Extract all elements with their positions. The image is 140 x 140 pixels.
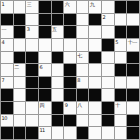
cell-r1c8[interactable]: 2: [102, 14, 114, 26]
block-cell-r9c8: [102, 115, 114, 127]
block-cell-r5c5: [64, 64, 76, 76]
block-cell-r5c9: [115, 64, 127, 76]
cell-r4c6[interactable]: 七: [77, 52, 89, 64]
cell-r2c7[interactable]: [89, 26, 101, 38]
cell-r1c10[interactable]: [127, 14, 139, 26]
block-cell-r0c4: [52, 1, 64, 13]
cell-r9c0[interactable]: 10: [1, 115, 13, 127]
block-cell-r1c1: [14, 14, 26, 26]
block-cell-r6c5: [64, 77, 76, 89]
cell-r10c9[interactable]: [115, 127, 127, 139]
block-cell-r9c5: [64, 115, 76, 127]
cell-r6c1[interactable]: [14, 77, 26, 89]
clue-number-六: 六: [65, 1, 70, 7]
cell-r7c4[interactable]: [52, 89, 64, 101]
cell-r5c8[interactable]: [102, 64, 114, 76]
cell-r10c8[interactable]: [102, 127, 114, 139]
block-cell-r1c3: [39, 14, 51, 26]
cell-r6c10[interactable]: [127, 77, 139, 89]
block-cell-r5c2: [26, 64, 38, 76]
block-cell-r4c1: [14, 52, 26, 64]
cell-r4c5[interactable]: [64, 52, 76, 64]
block-cell-r7c7: [89, 89, 101, 101]
clue-number-6: 6: [39, 64, 42, 70]
clue-number-十一: 十一: [128, 39, 137, 45]
cell-r8c6[interactable]: 八: [77, 102, 89, 114]
block-cell-r10c2: [26, 127, 38, 139]
cell-r9c2[interactable]: [26, 115, 38, 127]
cell-r0c5[interactable]: 六: [64, 1, 76, 13]
clue-number-11: 11: [39, 127, 44, 133]
clue-number-1: 1: [2, 1, 5, 7]
block-cell-r0c9: [115, 1, 127, 13]
cell-r3c2[interactable]: [26, 39, 38, 51]
cell-r9c7[interactable]: [89, 115, 101, 127]
block-cell-r10c0: [1, 127, 13, 139]
cell-r4c9[interactable]: [115, 52, 127, 64]
cell-r2c6[interactable]: [77, 26, 89, 38]
cell-r4c8[interactable]: [102, 52, 114, 64]
clue-number-7: 7: [2, 77, 5, 83]
cell-r2c4[interactable]: 五: [52, 26, 64, 38]
block-cell-r9c4: [52, 115, 64, 127]
cell-r10c4[interactable]: [52, 127, 64, 139]
cell-r3c9[interactable]: 5: [115, 39, 127, 51]
block-cell-r6c3: [39, 77, 51, 89]
cell-r5c6[interactable]: [77, 64, 89, 76]
block-cell-r0c10: [127, 1, 139, 13]
crossword-board: 1三六九2一3五45十一七二678四9八十1011: [0, 0, 140, 140]
block-cell-r7c0: [1, 89, 13, 101]
cell-r7c8[interactable]: [102, 89, 114, 101]
block-cell-r2c9: [115, 26, 127, 38]
block-cell-r2c10: [127, 26, 139, 38]
cell-r8c7[interactable]: [89, 102, 101, 114]
clue-number-一: 一: [2, 26, 7, 32]
cell-r6c6[interactable]: 8: [77, 77, 89, 89]
cell-r2c8[interactable]: [102, 26, 114, 38]
clue-number-五: 五: [52, 26, 57, 32]
cell-r5c3[interactable]: 6: [39, 64, 51, 76]
cell-r5c7[interactable]: [89, 64, 101, 76]
cell-r5c1[interactable]: 二: [14, 64, 26, 76]
block-cell-r7c6: [77, 89, 89, 101]
cell-r1c9[interactable]: [115, 14, 127, 26]
cell-r8c10[interactable]: [127, 102, 139, 114]
cell-r0c0[interactable]: 1: [1, 1, 13, 13]
block-cell-r4c4: [52, 52, 64, 64]
cell-r8c9[interactable]: 十: [115, 102, 127, 114]
block-cell-r2c3: [39, 26, 51, 38]
cell-r10c3[interactable]: 11: [39, 127, 51, 139]
cell-r8c2[interactable]: [26, 102, 38, 114]
cell-r3c5[interactable]: [64, 39, 76, 51]
cell-r10c7[interactable]: [89, 127, 101, 139]
clue-number-四: 四: [39, 102, 44, 108]
cell-r7c1[interactable]: [14, 89, 26, 101]
block-cell-r2c5: [64, 26, 76, 38]
clue-number-3: 3: [27, 26, 30, 32]
cell-r3c6[interactable]: [77, 39, 89, 51]
block-cell-r0c3: [39, 1, 51, 13]
cell-r1c2[interactable]: [26, 14, 38, 26]
cell-r6c4[interactable]: [52, 77, 64, 89]
cell-r0c6[interactable]: [77, 1, 89, 13]
block-cell-r7c5: [64, 89, 76, 101]
cell-r8c3[interactable]: 四: [39, 102, 51, 114]
cell-r0c2[interactable]: 三: [26, 1, 38, 13]
cell-r2c0[interactable]: 一: [1, 26, 13, 38]
block-cell-r1c4: [52, 14, 64, 26]
cell-r6c9[interactable]: [115, 77, 127, 89]
clue-number-十: 十: [115, 102, 120, 108]
cell-r6c8[interactable]: [102, 77, 114, 89]
block-cell-r8c4: [52, 102, 64, 114]
block-cell-r1c5: [64, 14, 76, 26]
clue-number-九: 九: [90, 1, 95, 7]
clue-number-8: 8: [77, 77, 80, 83]
clue-number-4: 4: [2, 39, 5, 45]
cell-r3c0[interactable]: 4: [1, 39, 13, 51]
cell-r0c1[interactable]: [14, 1, 26, 13]
cell-r3c3[interactable]: [39, 39, 51, 51]
block-cell-r3c8: [102, 39, 114, 51]
cell-r6c7[interactable]: [89, 77, 101, 89]
block-cell-r4c7: [89, 52, 101, 64]
block-cell-r4c10: [127, 52, 139, 64]
cell-r8c5[interactable]: 9: [64, 102, 76, 114]
cell-r3c7[interactable]: [89, 39, 101, 51]
cell-r4c3[interactable]: [39, 52, 51, 64]
cell-r4c0[interactable]: [1, 52, 13, 64]
cell-r10c5[interactable]: [64, 127, 76, 139]
block-cell-r6c2: [26, 77, 38, 89]
cell-r8c1[interactable]: [14, 102, 26, 114]
cell-r5c4[interactable]: [52, 64, 64, 76]
cell-r0c8[interactable]: [102, 1, 114, 13]
block-cell-r4c2: [26, 52, 38, 64]
block-cell-r8c0: [1, 102, 13, 114]
block-cell-r7c9: [115, 89, 127, 101]
cell-r3c4[interactable]: [52, 39, 64, 51]
clue-number-9: 9: [65, 102, 68, 108]
block-cell-r1c7: [89, 14, 101, 26]
cell-r6c0[interactable]: 7: [1, 77, 13, 89]
block-cell-r2c1: [14, 26, 26, 38]
block-cell-r10c10: [127, 127, 139, 139]
cell-r1c6[interactable]: [77, 14, 89, 26]
block-cell-r10c1: [14, 127, 26, 139]
block-cell-r10c6: [77, 127, 89, 139]
cell-r9c9[interactable]: [115, 115, 127, 127]
cell-r3c10[interactable]: 十一: [127, 39, 139, 51]
clue-number-2: 2: [103, 14, 106, 20]
cell-r3c1[interactable]: [14, 39, 26, 51]
block-cell-r5c10: [127, 64, 139, 76]
cell-r9c3[interactable]: [39, 115, 51, 127]
clue-number-5: 5: [115, 39, 118, 45]
cell-r9c1[interactable]: [14, 115, 26, 127]
cell-r5c0[interactable]: [1, 64, 13, 76]
block-cell-r7c2: [26, 89, 38, 101]
clue-number-八: 八: [77, 102, 82, 108]
block-cell-r8c8: [102, 102, 114, 114]
block-cell-r9c10: [127, 115, 139, 127]
cell-r0c7[interactable]: 九: [89, 1, 101, 13]
clue-number-10: 10: [2, 115, 7, 121]
cell-r2c2[interactable]: 3: [26, 26, 38, 38]
clue-number-二: 二: [14, 64, 19, 70]
cell-r9c6[interactable]: [77, 115, 89, 127]
clue-number-三: 三: [27, 1, 32, 7]
block-cell-r7c10: [127, 89, 139, 101]
block-cell-r1c0: [1, 14, 13, 26]
clue-number-七: 七: [77, 52, 82, 58]
block-cell-r7c3: [39, 89, 51, 101]
